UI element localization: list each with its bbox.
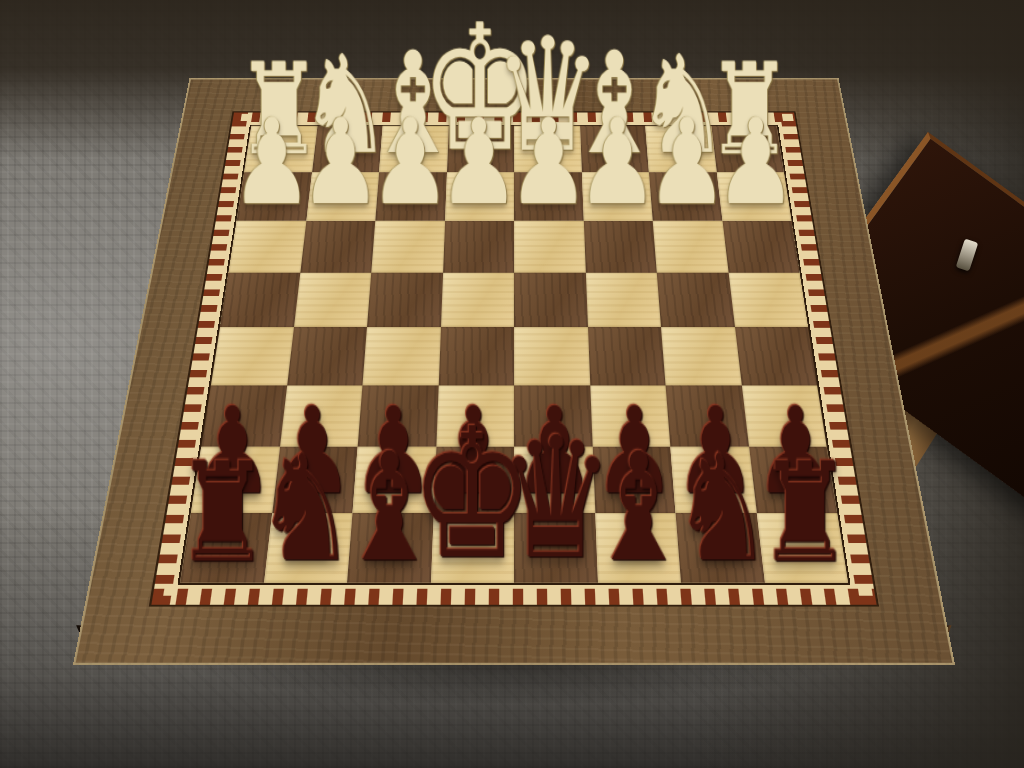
square-g8[interactable]: ♞ [264,513,353,583]
square-h5[interactable] [211,327,294,385]
square-h8[interactable]: ♜ [180,513,272,583]
square-f3[interactable] [371,221,444,273]
scene: ♜♞♝♚♛♝♞♜♟♟♟♟♟♟♟♟♟♟♟♟♟♟♟♟♜♞♝♚♛♝♞♜ [0,0,1024,768]
square-b3[interactable] [653,221,728,273]
square-g2[interactable]: ♟ [306,172,379,221]
square-e4[interactable] [441,272,515,327]
black-rook[interactable]: ♜ [175,450,270,577]
square-f2[interactable]: ♟ [375,172,446,221]
square-c4[interactable] [585,272,661,327]
inlay-strip-top [232,113,795,123]
square-g4[interactable] [294,272,372,327]
black-rook[interactable]: ♜ [758,450,853,577]
square-b4[interactable] [657,272,735,327]
square-a5[interactable] [735,327,818,385]
square-c2[interactable]: ♟ [581,172,652,221]
square-f5[interactable] [362,327,440,385]
inlay-strip-bottom [151,589,876,605]
board-squares: ♜♞♝♚♛♝♞♜♟♟♟♟♟♟♟♟♟♟♟♟♟♟♟♟♜♞♝♚♛♝♞♜ [177,125,850,585]
carved-front-edge [76,625,952,646]
square-g5[interactable] [287,327,367,385]
square-a2[interactable]: ♟ [716,172,791,221]
square-h3[interactable] [229,221,306,273]
square-b8[interactable]: ♞ [675,513,764,583]
square-a3[interactable] [722,221,799,273]
square-c3[interactable] [583,221,656,273]
square-b2[interactable]: ♟ [649,172,722,221]
chess-board: ♜♞♝♚♛♝♞♜♟♟♟♟♟♟♟♟♟♟♟♟♟♟♟♟♜♞♝♚♛♝♞♜ [73,78,955,665]
square-e8[interactable]: ♚ [431,513,514,583]
square-d5[interactable] [514,327,590,385]
square-a4[interactable] [728,272,808,327]
square-d4[interactable] [514,272,588,327]
square-e2[interactable]: ♟ [445,172,514,221]
square-e3[interactable] [443,221,514,273]
square-f4[interactable] [367,272,443,327]
square-d3[interactable] [514,221,585,273]
square-g3[interactable] [300,221,375,273]
square-b5[interactable] [661,327,741,385]
square-c5[interactable] [588,327,666,385]
square-d2[interactable]: ♟ [514,172,583,221]
board-perspective-scene: ♜♞♝♚♛♝♞♜♟♟♟♟♟♟♟♟♟♟♟♟♟♟♟♟♜♞♝♚♛♝♞♜ [0,0,1024,768]
square-a8[interactable]: ♜ [756,513,848,583]
square-h4[interactable] [220,272,300,327]
black-king[interactable]: ♚ [410,412,534,577]
square-e5[interactable] [438,327,514,385]
